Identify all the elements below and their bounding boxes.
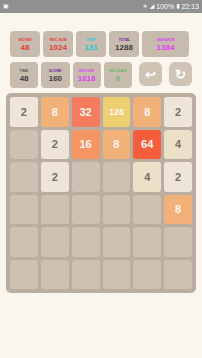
empty-cell [72, 195, 100, 225]
status-bar: ▣ ∗ ◢ 100% ▮ 22:13 [0, 0, 202, 13]
stat-label: RECORD [79, 68, 95, 73]
vibrate-icon: ∗ [143, 0, 148, 13]
stat-value: 1288 [115, 43, 133, 52]
empty-cell [72, 260, 100, 290]
stat-value: 48 [20, 74, 29, 83]
stat-tile-step: STEP131 [76, 31, 106, 57]
signal-icon: ◢ [150, 0, 155, 13]
stat-tile-record: RECORD1618 [73, 62, 101, 88]
stat-label: REC.NUM [50, 37, 67, 42]
empty-cell [103, 162, 131, 192]
empty-cell [10, 162, 38, 192]
tile-128: 128 [103, 97, 131, 127]
tile-2: 2 [164, 97, 192, 127]
game-board[interactable]: 28321288221686442428 [6, 93, 196, 293]
stat-tile-total: TOTAL1288 [109, 31, 139, 57]
empty-cell [133, 227, 161, 257]
tile-32: 32 [72, 97, 100, 127]
stat-value: 48 [21, 43, 30, 52]
notification-icon: ▣ [3, 0, 9, 13]
undo-button[interactable]: ↩ [139, 62, 162, 86]
tile-8: 8 [164, 195, 192, 225]
empty-cell [41, 260, 69, 290]
stat-label: MAXIMUM [157, 37, 175, 42]
undo-icon: ↩ [145, 67, 156, 82]
empty-cell [164, 260, 192, 290]
tile-2: 2 [41, 130, 69, 160]
tile-16: 16 [72, 130, 100, 160]
tile-8: 8 [41, 97, 69, 127]
stat-label: STEP [86, 37, 95, 42]
tile-8: 8 [103, 130, 131, 160]
tile-2: 2 [10, 97, 38, 127]
empty-cell [133, 260, 161, 290]
empty-cell [41, 227, 69, 257]
stat-label: TOTAL [118, 37, 130, 42]
empty-cell [10, 260, 38, 290]
empty-cell [103, 195, 131, 225]
empty-cell [133, 195, 161, 225]
tile-4: 4 [164, 130, 192, 160]
tile-2: 2 [41, 162, 69, 192]
tile-2: 2 [164, 162, 192, 192]
tile-8: 8 [133, 97, 161, 127]
restart-icon: ↻ [175, 67, 186, 82]
restart-button[interactable]: ↻ [169, 62, 192, 86]
board-controls: ↩↻ [139, 62, 192, 86]
stat-tile-rec-gain: REC.GAIN0 [104, 62, 132, 88]
battery-percent: 100% [156, 0, 174, 13]
empty-cell [72, 162, 100, 192]
stat-value: 160 [49, 74, 62, 83]
stat-label: SCORE [49, 68, 62, 73]
empty-cell [41, 195, 69, 225]
empty-cell [10, 227, 38, 257]
stats-row-2: TIME48SCORE160RECORD1618REC.GAIN0↩↻ [10, 62, 192, 88]
status-time: 22:13 [181, 0, 199, 13]
stat-tile-maximum: MAXIMUM1384 [142, 31, 189, 57]
stat-tile-score: SCORE160 [41, 62, 69, 88]
stat-tile-rec-num: REC.NUM1024 [43, 31, 73, 57]
empty-cell [164, 227, 192, 257]
stat-tile-time: TIME48 [10, 62, 38, 88]
empty-cell [103, 227, 131, 257]
tile-4: 4 [133, 162, 161, 192]
stat-value: 131 [84, 43, 97, 52]
stat-value: 1618 [78, 74, 96, 83]
empty-cell [10, 130, 38, 160]
stat-value: 1384 [157, 43, 175, 52]
empty-cell [103, 260, 131, 290]
stats-panel: MOVES48REC.NUM1024STEP131TOTAL1288MAXIMU… [0, 31, 202, 88]
stat-label: TIME [20, 68, 29, 73]
stat-tile-moves: MOVES48 [10, 31, 40, 57]
empty-cell [10, 195, 38, 225]
stats-row-1: MOVES48REC.NUM1024STEP131TOTAL1288MAXIMU… [10, 31, 192, 57]
battery-icon: ▮ [176, 0, 179, 13]
stat-value: 0 [116, 74, 120, 83]
stat-value: 1024 [49, 43, 67, 52]
stat-label: MOVES [18, 37, 31, 42]
stat-label: REC.GAIN [109, 68, 127, 73]
tile-64: 64 [133, 130, 161, 160]
empty-cell [72, 227, 100, 257]
